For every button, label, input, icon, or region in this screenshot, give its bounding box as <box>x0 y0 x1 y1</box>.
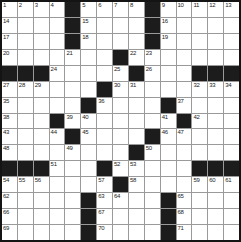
black-cell-r5c15 <box>224 66 239 81</box>
white-cell-r14c5[interactable] <box>65 209 80 224</box>
clue-number: 19 <box>162 34 168 41</box>
white-cell-r5c6[interactable] <box>81 66 96 81</box>
clue-number: 7 <box>114 2 117 9</box>
white-cell-r11c4[interactable]: 51 <box>50 161 65 176</box>
white-cell-r9c7[interactable] <box>97 129 112 144</box>
white-cell-r9c13[interactable] <box>192 129 207 144</box>
white-cell-r6c12[interactable] <box>177 82 192 97</box>
white-cell-r14c13[interactable] <box>192 209 207 224</box>
clue-number: 56 <box>35 177 41 184</box>
white-cell-r7c13[interactable] <box>192 98 207 113</box>
black-cell-r12c8 <box>113 177 128 192</box>
white-cell-r1c6[interactable]: 5 <box>81 2 96 17</box>
black-cell-r11c13 <box>192 161 207 176</box>
white-cell-r10c2[interactable] <box>18 145 33 160</box>
white-cell-r7c7[interactable]: 36 <box>97 98 112 113</box>
white-cell-r6c2[interactable]: 28 <box>18 82 33 97</box>
clue-number: 24 <box>51 66 57 73</box>
clue-number: 60 <box>209 177 215 184</box>
white-cell-r5c12[interactable] <box>177 66 192 81</box>
white-cell-r1c9[interactable]: 8 <box>129 2 144 17</box>
white-cell-r12c9[interactable]: 58 <box>129 177 144 192</box>
clue-number: 2 <box>19 2 22 9</box>
white-cell-r12c7[interactable]: 57 <box>97 177 112 192</box>
white-cell-r3c7[interactable] <box>97 34 112 49</box>
black-cell-r11c14 <box>208 161 223 176</box>
white-cell-r6c4[interactable] <box>50 82 65 97</box>
white-cell-r6c8[interactable]: 30 <box>113 82 128 97</box>
black-cell-r10c9 <box>129 145 144 160</box>
white-cell-r14c8[interactable] <box>113 209 128 224</box>
white-cell-r4c3[interactable] <box>34 50 49 65</box>
white-cell-r1c1[interactable]: 1 <box>2 2 17 17</box>
white-cell-r12c14[interactable]: 60 <box>208 177 223 192</box>
white-cell-r1c13[interactable]: 11 <box>192 2 207 17</box>
white-cell-r7c9[interactable] <box>129 98 144 113</box>
white-cell-r3c6[interactable]: 18 <box>81 34 96 49</box>
clue-number: 70 <box>98 225 104 232</box>
white-cell-r12c6[interactable] <box>81 177 96 192</box>
white-cell-r7c4[interactable] <box>50 98 65 113</box>
white-cell-r7c14[interactable] <box>208 98 223 113</box>
white-cell-r8c11[interactable]: 41 <box>161 114 176 129</box>
white-cell-r15c4[interactable] <box>50 225 65 240</box>
clue-number: 15 <box>82 18 88 25</box>
white-cell-r1c3[interactable]: 3 <box>34 2 49 17</box>
white-cell-r9c3[interactable] <box>34 129 49 144</box>
white-cell-r10c15[interactable] <box>224 145 239 160</box>
white-cell-r10c11[interactable] <box>161 145 176 160</box>
white-cell-r13c12[interactable]: 65 <box>177 193 192 208</box>
clue-number: 35 <box>3 98 9 105</box>
black-cell-r2c10 <box>145 18 160 33</box>
white-cell-r4c14[interactable] <box>208 50 223 65</box>
white-cell-r2c13[interactable] <box>192 18 207 33</box>
clue-number: 37 <box>178 98 184 105</box>
white-cell-r2c2[interactable] <box>18 18 33 33</box>
clue-number: 68 <box>178 209 184 216</box>
white-cell-r10c12[interactable] <box>177 145 192 160</box>
white-cell-r2c15[interactable] <box>224 18 239 33</box>
white-cell-r5c10[interactable]: 26 <box>145 66 160 81</box>
white-cell-r5c11[interactable] <box>161 66 176 81</box>
black-cell-r7c6 <box>81 98 96 113</box>
white-cell-r8c14[interactable] <box>208 114 223 129</box>
clue-number: 17 <box>3 34 9 41</box>
white-cell-r11c11[interactable] <box>161 161 176 176</box>
white-cell-r12c2[interactable]: 55 <box>18 177 33 192</box>
black-cell-r15c6 <box>81 225 96 240</box>
white-cell-r13c8[interactable]: 64 <box>113 193 128 208</box>
white-cell-r8c9[interactable] <box>129 114 144 129</box>
white-cell-r4c1[interactable]: 20 <box>2 50 17 65</box>
white-cell-r10c10[interactable]: 50 <box>145 145 160 160</box>
white-cell-r11c12[interactable] <box>177 161 192 176</box>
clue-number: 65 <box>178 193 184 200</box>
black-cell-r8c12 <box>177 114 192 129</box>
black-cell-r11c1 <box>2 161 17 176</box>
black-cell-r9c5 <box>65 129 80 144</box>
white-cell-r8c2[interactable] <box>18 114 33 129</box>
clue-number: 26 <box>146 66 152 73</box>
white-cell-r6c13[interactable]: 32 <box>192 82 207 97</box>
white-cell-r15c13[interactable] <box>192 225 207 240</box>
white-cell-r4c11[interactable] <box>161 50 176 65</box>
black-cell-r14c11 <box>161 209 176 224</box>
white-cell-r8c1[interactable]: 38 <box>2 114 17 129</box>
black-cell-r4c8 <box>113 50 128 65</box>
white-cell-r1c14[interactable]: 12 <box>208 2 223 17</box>
white-cell-r7c15[interactable] <box>224 98 239 113</box>
black-cell-r13c11 <box>161 193 176 208</box>
white-cell-r12c5[interactable] <box>65 177 80 192</box>
white-cell-r14c12[interactable]: 68 <box>177 209 192 224</box>
white-cell-r9c15[interactable] <box>224 129 239 144</box>
clue-number: 3 <box>35 2 38 9</box>
clue-number: 12 <box>209 2 215 9</box>
clue-number: 1 <box>3 2 6 9</box>
white-cell-r9c2[interactable] <box>18 129 33 144</box>
white-cell-r15c9[interactable] <box>129 225 144 240</box>
clue-number: 6 <box>98 2 101 9</box>
clue-number: 23 <box>146 50 152 57</box>
white-cell-r4c12[interactable] <box>177 50 192 65</box>
white-cell-r14c10[interactable] <box>145 209 160 224</box>
white-cell-r3c9[interactable] <box>129 34 144 49</box>
clue-number: 41 <box>162 114 168 121</box>
black-cell-r13c6 <box>81 193 96 208</box>
clue-number: 9 <box>162 2 165 9</box>
white-cell-r1c7[interactable]: 6 <box>97 2 112 17</box>
white-cell-r13c2[interactable] <box>18 193 33 208</box>
white-cell-r14c3[interactable] <box>34 209 49 224</box>
white-cell-r8c6[interactable]: 40 <box>81 114 96 129</box>
clue-number: 34 <box>225 82 231 89</box>
black-cell-r14c6 <box>81 209 96 224</box>
black-cell-r3c10 <box>145 34 160 49</box>
white-cell-r3c11[interactable]: 19 <box>161 34 176 49</box>
white-cell-r7c10[interactable] <box>145 98 160 113</box>
black-cell-r9c10 <box>145 129 160 144</box>
clue-number: 50 <box>146 145 152 152</box>
white-cell-r14c7[interactable]: 67 <box>97 209 112 224</box>
white-cell-r13c3[interactable] <box>34 193 49 208</box>
white-cell-r4c13[interactable] <box>192 50 207 65</box>
clue-number: 4 <box>51 2 54 9</box>
clue-number: 27 <box>3 82 9 89</box>
white-cell-r8c15[interactable] <box>224 114 239 129</box>
white-cell-r10c1[interactable]: 48 <box>2 145 17 160</box>
black-cell-r5c9 <box>129 66 144 81</box>
clue-number: 67 <box>98 209 104 216</box>
white-cell-r10c3[interactable] <box>34 145 49 160</box>
clue-number: 10 <box>178 2 184 9</box>
white-cell-r9c14[interactable] <box>208 129 223 144</box>
white-cell-r1c8[interactable]: 7 <box>113 2 128 17</box>
white-cell-r5c8[interactable]: 25 <box>113 66 128 81</box>
white-cell-r10c5[interactable]: 49 <box>65 145 80 160</box>
clue-number: 43 <box>3 129 9 136</box>
white-cell-r6c1[interactable]: 27 <box>2 82 17 97</box>
white-cell-r4c4[interactable] <box>50 50 65 65</box>
white-cell-r15c7[interactable]: 70 <box>97 225 112 240</box>
black-cell-r15c11 <box>161 225 176 240</box>
white-cell-r9c8[interactable] <box>113 129 128 144</box>
white-cell-r12c1[interactable]: 54 <box>2 177 17 192</box>
white-cell-r7c8[interactable] <box>113 98 128 113</box>
clue-number: 22 <box>130 50 136 57</box>
clue-number: 52 <box>114 161 120 168</box>
black-cell-r5c13 <box>192 66 207 81</box>
white-cell-r12c10[interactable] <box>145 177 160 192</box>
white-cell-r13c4[interactable] <box>50 193 65 208</box>
white-cell-r14c1[interactable]: 66 <box>2 209 17 224</box>
white-cell-r2c14[interactable] <box>208 18 223 33</box>
white-cell-r4c15[interactable] <box>224 50 239 65</box>
white-cell-r2c8[interactable] <box>113 18 128 33</box>
white-cell-r5c4[interactable]: 24 <box>50 66 65 81</box>
white-cell-r1c2[interactable]: 2 <box>18 2 33 17</box>
black-cell-r11c15 <box>224 161 239 176</box>
clue-number: 36 <box>98 98 104 105</box>
clue-number: 62 <box>3 193 9 200</box>
black-cell-r11c2 <box>18 161 33 176</box>
white-cell-r10c4[interactable] <box>50 145 65 160</box>
white-cell-r14c4[interactable] <box>50 209 65 224</box>
black-cell-r2c5 <box>65 18 80 33</box>
white-cell-r15c3[interactable] <box>34 225 49 240</box>
white-cell-r6c9[interactable]: 31 <box>129 82 144 97</box>
black-cell-r5c14 <box>208 66 223 81</box>
white-cell-r6c11[interactable] <box>161 82 176 97</box>
white-cell-r6c6[interactable] <box>81 82 96 97</box>
clue-number: 29 <box>35 82 41 89</box>
black-cell-r3c5 <box>65 34 80 49</box>
clue-number: 58 <box>130 177 136 184</box>
white-cell-r11c9[interactable]: 53 <box>129 161 144 176</box>
white-cell-r7c1[interactable]: 35 <box>2 98 17 113</box>
white-cell-r15c2[interactable] <box>18 225 33 240</box>
white-cell-r14c9[interactable] <box>129 209 144 224</box>
white-cell-r15c8[interactable] <box>113 225 128 240</box>
clue-number: 63 <box>98 193 104 200</box>
white-cell-r5c5[interactable] <box>65 66 80 81</box>
white-cell-r2c6[interactable]: 15 <box>81 18 96 33</box>
white-cell-r13c14[interactable] <box>208 193 223 208</box>
white-cell-r8c8[interactable] <box>113 114 128 129</box>
clue-number: 69 <box>3 225 9 232</box>
clue-number: 53 <box>130 161 136 168</box>
clue-number: 18 <box>82 34 88 41</box>
white-cell-r8c10[interactable] <box>145 114 160 129</box>
clue-number: 49 <box>66 145 72 152</box>
clue-number: 51 <box>51 161 57 168</box>
white-cell-r13c5[interactable] <box>65 193 80 208</box>
white-cell-r10c13[interactable] <box>192 145 207 160</box>
white-cell-r8c7[interactable] <box>97 114 112 129</box>
white-cell-r13c1[interactable]: 62 <box>2 193 17 208</box>
white-cell-r7c2[interactable] <box>18 98 33 113</box>
clue-number: 14 <box>3 18 9 25</box>
white-cell-r13c13[interactable] <box>192 193 207 208</box>
white-cell-r10c8[interactable] <box>113 145 128 160</box>
white-cell-r13c15[interactable] <box>224 193 239 208</box>
white-cell-r7c5[interactable] <box>65 98 80 113</box>
white-cell-r15c10[interactable] <box>145 225 160 240</box>
clue-number: 11 <box>193 2 199 9</box>
white-cell-r5c7[interactable] <box>97 66 112 81</box>
white-cell-r11c10[interactable] <box>145 161 160 176</box>
black-cell-r5c1 <box>2 66 17 81</box>
white-cell-r12c11[interactable] <box>161 177 176 192</box>
clue-number: 46 <box>162 129 168 136</box>
white-cell-r12c4[interactable] <box>50 177 65 192</box>
clue-number: 32 <box>193 82 199 89</box>
clue-number: 47 <box>178 129 184 136</box>
clue-number: 38 <box>3 114 9 121</box>
white-cell-r2c12[interactable] <box>177 18 192 33</box>
white-cell-r4c2[interactable] <box>18 50 33 65</box>
white-cell-r13c7[interactable]: 63 <box>97 193 112 208</box>
clue-number: 25 <box>114 66 120 73</box>
white-cell-r10c6[interactable] <box>81 145 96 160</box>
white-cell-r8c5[interactable]: 39 <box>65 114 80 129</box>
white-cell-r1c12[interactable]: 10 <box>177 2 192 17</box>
clue-number: 30 <box>114 82 120 89</box>
white-cell-r9c12[interactable]: 47 <box>177 129 192 144</box>
clue-number: 55 <box>19 177 25 184</box>
clue-number: 59 <box>193 177 199 184</box>
white-cell-r2c4[interactable] <box>50 18 65 33</box>
black-cell-r6c7 <box>97 82 112 97</box>
black-cell-r11c3 <box>34 161 49 176</box>
clue-number: 66 <box>3 209 9 216</box>
crossword-grid: 1234567891011121314151617181920212223242… <box>0 0 241 242</box>
white-cell-r10c7[interactable] <box>97 145 112 160</box>
white-cell-r9c6[interactable]: 45 <box>81 129 96 144</box>
white-cell-r2c3[interactable] <box>34 18 49 33</box>
white-cell-r4c5[interactable]: 21 <box>65 50 80 65</box>
white-cell-r13c9[interactable] <box>129 193 144 208</box>
white-cell-r6c14[interactable]: 33 <box>208 82 223 97</box>
clue-number: 16 <box>162 18 168 25</box>
clue-number: 44 <box>51 129 57 136</box>
white-cell-r14c15[interactable] <box>224 209 239 224</box>
clue-number: 13 <box>225 2 231 9</box>
white-cell-r6c15[interactable]: 34 <box>224 82 239 97</box>
clue-number: 39 <box>66 114 72 121</box>
clue-number: 48 <box>3 145 9 152</box>
white-cell-r11c5[interactable] <box>65 161 80 176</box>
clue-number: 71 <box>178 225 184 232</box>
white-cell-r10c14[interactable] <box>208 145 223 160</box>
white-cell-r12c3[interactable]: 56 <box>34 177 49 192</box>
white-cell-r6c3[interactable]: 29 <box>34 82 49 97</box>
white-cell-r14c2[interactable] <box>18 209 33 224</box>
clue-number: 5 <box>82 2 85 9</box>
white-cell-r12c13[interactable]: 59 <box>192 177 207 192</box>
white-cell-r3c8[interactable] <box>113 34 128 49</box>
black-cell-r1c10 <box>145 2 160 17</box>
clue-number: 45 <box>82 129 88 136</box>
black-cell-r7c11 <box>161 98 176 113</box>
clue-number: 33 <box>209 82 215 89</box>
clue-number: 54 <box>3 177 9 184</box>
clue-number: 40 <box>82 114 88 121</box>
black-cell-r11c7 <box>97 161 112 176</box>
white-cell-r13c10[interactable] <box>145 193 160 208</box>
white-cell-r2c9[interactable] <box>129 18 144 33</box>
white-cell-r15c1[interactable]: 69 <box>2 225 17 240</box>
white-cell-r6c5[interactable] <box>65 82 80 97</box>
white-cell-r12c12[interactable] <box>177 177 192 192</box>
white-cell-r3c2[interactable] <box>18 34 33 49</box>
white-cell-r15c12[interactable]: 71 <box>177 225 192 240</box>
white-cell-r4c9[interactable]: 22 <box>129 50 144 65</box>
white-cell-r8c3[interactable] <box>34 114 49 129</box>
white-cell-r11c8[interactable]: 52 <box>113 161 128 176</box>
white-cell-r7c12[interactable]: 37 <box>177 98 192 113</box>
white-cell-r15c5[interactable] <box>65 225 80 240</box>
black-cell-r5c3 <box>34 66 49 81</box>
white-cell-r2c1[interactable]: 14 <box>2 18 17 33</box>
white-cell-r9c1[interactable]: 43 <box>2 129 17 144</box>
white-cell-r3c13[interactable] <box>192 34 207 49</box>
white-cell-r1c4[interactable]: 4 <box>50 2 65 17</box>
white-cell-r4c7[interactable] <box>97 50 112 65</box>
white-cell-r12c15[interactable]: 61 <box>224 177 239 192</box>
white-cell-r14c14[interactable] <box>208 209 223 224</box>
white-cell-r2c7[interactable] <box>97 18 112 33</box>
white-cell-r6c10[interactable] <box>145 82 160 97</box>
white-cell-r15c14[interactable] <box>208 225 223 240</box>
clue-number: 64 <box>114 193 120 200</box>
white-cell-r1c11[interactable]: 9 <box>161 2 176 17</box>
clue-number: 8 <box>130 2 133 9</box>
white-cell-r4c10[interactable]: 23 <box>145 50 160 65</box>
white-cell-r3c1[interactable]: 17 <box>2 34 17 49</box>
white-cell-r4c6[interactable] <box>81 50 96 65</box>
clue-number: 42 <box>193 114 199 121</box>
white-cell-r9c4[interactable]: 44 <box>50 129 65 144</box>
white-cell-r3c4[interactable] <box>50 34 65 49</box>
clue-number: 21 <box>66 50 72 57</box>
white-cell-r15c15[interactable] <box>224 225 239 240</box>
clue-number: 31 <box>130 82 136 89</box>
white-cell-r9c9[interactable] <box>129 129 144 144</box>
white-cell-r3c3[interactable] <box>34 34 49 49</box>
black-cell-r5c2 <box>18 66 33 81</box>
white-cell-r3c12[interactable] <box>177 34 192 49</box>
white-cell-r8c13[interactable]: 42 <box>192 114 207 129</box>
white-cell-r3c14[interactable] <box>208 34 223 49</box>
white-cell-r7c3[interactable] <box>34 98 49 113</box>
white-cell-r3c15[interactable] <box>224 34 239 49</box>
clue-number: 57 <box>98 177 104 184</box>
clue-number: 28 <box>19 82 25 89</box>
clue-number: 20 <box>3 50 9 57</box>
white-cell-r11c6[interactable] <box>81 161 96 176</box>
clue-number: 61 <box>225 177 231 184</box>
black-cell-r1c5 <box>65 2 80 17</box>
white-cell-r9c11[interactable]: 46 <box>161 129 176 144</box>
white-cell-r2c11[interactable]: 16 <box>161 18 176 33</box>
white-cell-r1c15[interactable]: 13 <box>224 2 239 17</box>
black-cell-r8c4 <box>50 114 65 129</box>
